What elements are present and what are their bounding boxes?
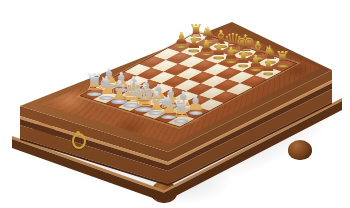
piece-base xyxy=(189,49,199,52)
piece-base xyxy=(174,119,189,123)
pieces-layer: ♜♞♝♛♚♝♞♜♟♟♟♟♟♟♟♟♟♟♟♟♟♟♟♟♜♞♝♛♚♝♞♜ xyxy=(0,0,350,208)
piece-base xyxy=(176,45,186,48)
piece-base xyxy=(226,61,236,64)
piece-black-pawn-h7: ♟ xyxy=(260,57,275,74)
piece-white-rook-h1: ♜ xyxy=(170,98,191,122)
piece-black-rook-h8: ♜ xyxy=(275,49,291,67)
chess-set-scene: ♜♞♝♛♚♝♞♜♟♟♟♟♟♟♟♟♟♟♟♟♟♟♟♟♜♞♝♛♚♝♞♜ xyxy=(0,0,350,208)
piece-base xyxy=(277,64,288,67)
piece-base xyxy=(263,72,273,75)
piece-base xyxy=(201,53,211,56)
piece-base xyxy=(250,68,260,71)
piece-base xyxy=(238,65,248,68)
piece-base xyxy=(213,57,223,60)
